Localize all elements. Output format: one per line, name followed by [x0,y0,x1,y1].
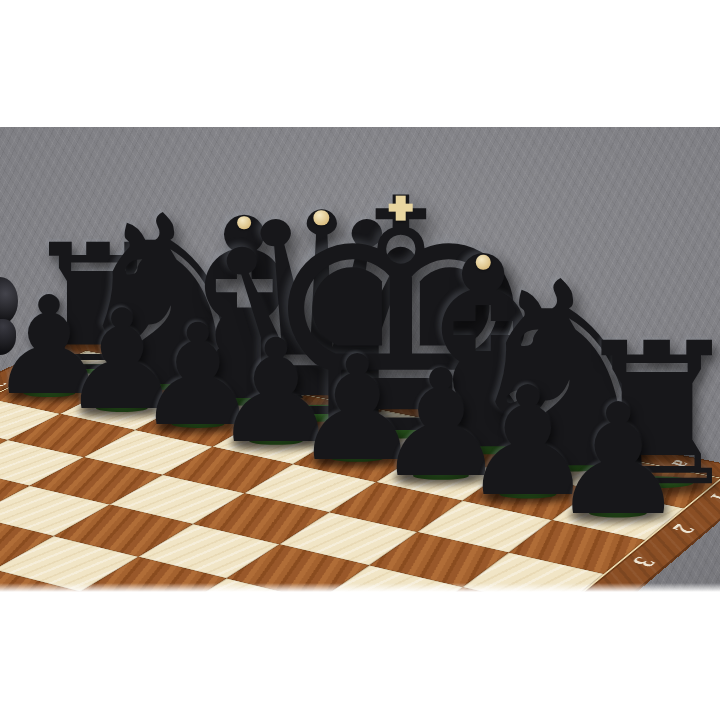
product-photo-scene: hhggffeeddccbbaa1122334455667788 ♜♞♝♛♚♝♞… [0,0,720,720]
white-band-bottom [0,592,720,720]
pawn-a2[interactable]: ♟ [550,384,687,537]
slate-backdrop: hhggffeeddccbbaa1122334455667788 ♜♞♝♛♚♝♞… [0,127,720,592]
pieces-layer: ♜♞♝♛♚♝♞♜♟♟♟♟♟♟♟♟ [0,127,720,592]
bottom-white-fade [0,583,720,592]
white-band-top [0,0,720,127]
